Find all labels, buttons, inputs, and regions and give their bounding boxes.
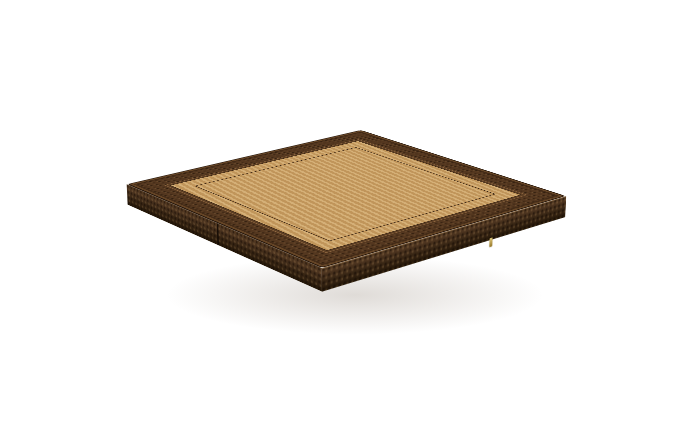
screenshot-root [0, 0, 680, 425]
brass-latch-icon [489, 237, 492, 247]
scene [0, 0, 680, 425]
hinge-seam-line [217, 223, 219, 246]
chess-board [127, 130, 567, 268]
